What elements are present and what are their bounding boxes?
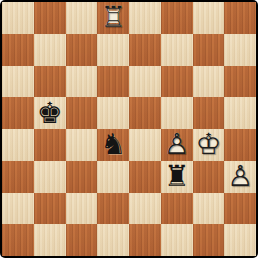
piece-white-pawn[interactable]: ♟♙ (224, 161, 256, 193)
square-e5[interactable] (129, 97, 161, 129)
black-king-glyph-fill: ♚ (34, 97, 66, 129)
square-a4[interactable] (2, 129, 34, 161)
square-g2[interactable] (193, 193, 225, 225)
square-a6[interactable] (2, 66, 34, 98)
square-f8[interactable] (161, 2, 193, 34)
square-f1[interactable] (161, 224, 193, 256)
square-e7[interactable] (129, 34, 161, 66)
square-h1[interactable] (224, 224, 256, 256)
piece-black-rook[interactable]: ♜ (161, 161, 193, 193)
black-knight-glyph-fill: ♞ (97, 129, 129, 161)
square-g3[interactable] (193, 161, 225, 193)
square-e3[interactable] (129, 161, 161, 193)
square-g4[interactable]: ♚♔ (193, 129, 225, 161)
square-e1[interactable] (129, 224, 161, 256)
square-e4[interactable] (129, 129, 161, 161)
square-e8[interactable] (129, 2, 161, 34)
piece-black-king[interactable]: ♚ (34, 97, 66, 129)
white-pawn-glyph-outline: ♙ (161, 129, 193, 161)
square-h7[interactable] (224, 34, 256, 66)
square-a7[interactable] (2, 34, 34, 66)
square-f6[interactable] (161, 66, 193, 98)
square-f5[interactable] (161, 97, 193, 129)
square-e2[interactable] (129, 193, 161, 225)
chess-board-frame: ♜♖♚♞♟♙♚♔♜♟♙ (0, 0, 258, 258)
square-b4[interactable] (34, 129, 66, 161)
square-c3[interactable] (66, 161, 98, 193)
square-d5[interactable] (97, 97, 129, 129)
square-h3[interactable]: ♟♙ (224, 161, 256, 193)
square-g1[interactable] (193, 224, 225, 256)
white-rook-glyph-outline: ♖ (97, 2, 129, 34)
black-rook-glyph-fill: ♜ (161, 161, 193, 193)
square-a2[interactable] (2, 193, 34, 225)
square-f7[interactable] (161, 34, 193, 66)
square-d6[interactable] (97, 66, 129, 98)
square-c7[interactable] (66, 34, 98, 66)
square-f4[interactable]: ♟♙ (161, 129, 193, 161)
square-b7[interactable] (34, 34, 66, 66)
piece-black-knight[interactable]: ♞ (97, 129, 129, 161)
square-h6[interactable] (224, 66, 256, 98)
piece-white-king[interactable]: ♚♔ (193, 129, 225, 161)
square-b1[interactable] (34, 224, 66, 256)
square-a8[interactable] (2, 2, 34, 34)
square-a3[interactable] (2, 161, 34, 193)
square-a5[interactable] (2, 97, 34, 129)
square-e6[interactable] (129, 66, 161, 98)
square-c2[interactable] (66, 193, 98, 225)
chess-board: ♜♖♚♞♟♙♚♔♜♟♙ (2, 2, 256, 256)
piece-white-pawn[interactable]: ♟♙ (161, 129, 193, 161)
square-b8[interactable] (34, 2, 66, 34)
square-d7[interactable] (97, 34, 129, 66)
square-h8[interactable] (224, 2, 256, 34)
square-b5[interactable]: ♚ (34, 97, 66, 129)
square-c1[interactable] (66, 224, 98, 256)
square-g7[interactable] (193, 34, 225, 66)
square-c4[interactable] (66, 129, 98, 161)
square-c5[interactable] (66, 97, 98, 129)
square-d2[interactable] (97, 193, 129, 225)
square-b3[interactable] (34, 161, 66, 193)
square-c6[interactable] (66, 66, 98, 98)
square-d3[interactable] (97, 161, 129, 193)
square-g6[interactable] (193, 66, 225, 98)
square-c8[interactable] (66, 2, 98, 34)
square-a1[interactable] (2, 224, 34, 256)
white-pawn-glyph-outline: ♙ (224, 161, 256, 193)
square-d1[interactable] (97, 224, 129, 256)
square-b2[interactable] (34, 193, 66, 225)
square-f2[interactable] (161, 193, 193, 225)
square-d4[interactable]: ♞ (97, 129, 129, 161)
square-f3[interactable]: ♜ (161, 161, 193, 193)
square-g8[interactable] (193, 2, 225, 34)
white-king-glyph-outline: ♔ (193, 129, 225, 161)
square-g5[interactable] (193, 97, 225, 129)
piece-white-rook[interactable]: ♜♖ (97, 2, 129, 34)
square-h2[interactable] (224, 193, 256, 225)
square-d8[interactable]: ♜♖ (97, 2, 129, 34)
square-h5[interactable] (224, 97, 256, 129)
square-h4[interactable] (224, 129, 256, 161)
square-b6[interactable] (34, 66, 66, 98)
